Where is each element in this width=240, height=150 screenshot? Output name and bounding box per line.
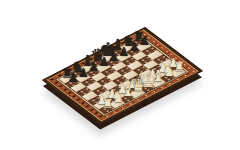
chess-board[interactable]: ♜♞♝♛♚♝♞♜♟♟♟♟♟♟♟♟♟♟♟♟♟♟♟♟♜♞♝♛♚♝♞♜ bbox=[42, 27, 203, 124]
photo-background: ♜♞♝♛♚♝♞♜♟♟♟♟♟♟♟♟♟♟♟♟♟♟♟♟♜♞♝♛♚♝♞♜ bbox=[0, 0, 240, 150]
piece-black-pawn[interactable]: ♟ bbox=[139, 35, 150, 47]
piece-black-pawn[interactable]: ♟ bbox=[129, 41, 140, 53]
square-a1[interactable]: ♜ bbox=[99, 104, 115, 114]
piece-black-pawn[interactable]: ♟ bbox=[119, 46, 130, 58]
piece-white-rook[interactable]: ♜ bbox=[173, 60, 185, 73]
board-squares: ♜♞♝♛♚♝♞♜♟♟♟♟♟♟♟♟♟♟♟♟♟♟♟♟♜♞♝♛♚♝♞♜ bbox=[58, 37, 187, 115]
piece-black-pawn[interactable]: ♟ bbox=[78, 67, 89, 79]
piece-black-pawn[interactable]: ♟ bbox=[88, 61, 99, 73]
clasp-icon bbox=[143, 100, 147, 105]
